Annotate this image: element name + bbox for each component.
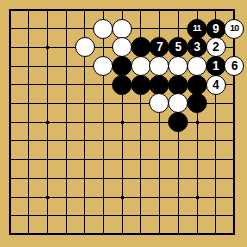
white-stone (168, 93, 188, 113)
white-stone: 10 (224, 19, 244, 39)
white-stone: 4 (206, 75, 226, 95)
move-number: 6 (231, 60, 237, 72)
black-stone (149, 75, 169, 95)
white-stone (187, 56, 207, 76)
black-stone (187, 93, 207, 113)
move-number: 11 (193, 24, 201, 33)
move-number: 1 (212, 60, 218, 72)
move-number: 3 (194, 41, 200, 53)
white-stone: 6 (224, 56, 244, 76)
black-stone: 5 (168, 37, 188, 57)
white-stone (112, 19, 132, 39)
move-number: 9 (212, 23, 218, 35)
white-stone (131, 56, 151, 76)
move-number: 10 (230, 24, 239, 33)
white-stone (75, 37, 95, 57)
black-stone (168, 75, 188, 95)
stones-layer: 119107532164 (1, 1, 244, 244)
black-stone (112, 75, 132, 95)
move-number: 4 (212, 79, 218, 91)
white-stone (168, 56, 188, 76)
black-stone (131, 37, 151, 57)
move-number: 2 (212, 41, 218, 53)
white-stone (149, 93, 169, 113)
black-stone: 1 (206, 56, 226, 76)
white-stone (112, 37, 132, 57)
white-stone (93, 56, 113, 76)
black-stone: 7 (149, 37, 169, 57)
white-stone: 2 (206, 37, 226, 57)
black-stone (131, 75, 151, 95)
black-stone (187, 75, 207, 95)
white-stone (93, 19, 113, 39)
black-stone: 9 (206, 19, 226, 39)
black-stone: 11 (187, 19, 207, 39)
black-stone (112, 56, 132, 76)
white-stone (149, 56, 169, 76)
go-board: 119107532164 (0, 0, 247, 247)
black-stone (168, 112, 188, 132)
move-number: 5 (175, 41, 181, 53)
black-stone: 3 (187, 37, 207, 57)
go-diagram: 119107532164 (0, 0, 247, 247)
move-number: 7 (156, 41, 162, 53)
